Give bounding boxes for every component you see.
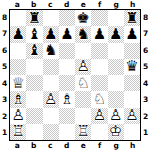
chess-board-diagram: abcdefgh 87654321 ♜♚♜♟♝♟♟♞♟♟♟♝♞♟♙♛♛♕♞♘♝♗… xyxy=(0,0,150,150)
piece-outline: ♔ xyxy=(109,124,122,139)
square-c3[interactable]: ♟♙ xyxy=(43,91,59,107)
rank-label-5: 5 xyxy=(0,62,9,71)
black-queen-h5[interactable]: ♛ xyxy=(125,59,138,74)
rank-label-7: 7 xyxy=(0,29,9,38)
file-label-a: a xyxy=(9,0,26,9)
black-rook-h8[interactable]: ♜ xyxy=(125,11,138,26)
square-f5[interactable] xyxy=(91,59,107,75)
square-e7[interactable]: ♞ xyxy=(75,26,91,42)
file-label-b: b xyxy=(26,141,43,150)
rank-label-2: 2 xyxy=(0,112,9,121)
square-b1[interactable] xyxy=(26,124,42,140)
square-b3[interactable] xyxy=(26,91,42,107)
square-b6[interactable]: ♝ xyxy=(26,43,42,59)
square-c1[interactable] xyxy=(43,124,59,140)
square-a7[interactable]: ♟ xyxy=(10,26,26,42)
black-pawn-f7[interactable]: ♟ xyxy=(93,27,106,42)
white-pawn-c3[interactable]: ♟♙ xyxy=(44,92,57,107)
piece-glyph: ♟ xyxy=(109,27,122,42)
square-h3[interactable] xyxy=(124,91,140,107)
square-a3[interactable]: ♝♗ xyxy=(10,91,26,107)
square-g6[interactable] xyxy=(108,43,124,59)
black-pawn-g7[interactable]: ♟ xyxy=(109,27,122,42)
piece-glyph: ♞ xyxy=(44,43,57,58)
white-pawn-a2[interactable]: ♟♙ xyxy=(11,108,24,123)
square-e6[interactable] xyxy=(75,43,91,59)
square-f7[interactable]: ♟ xyxy=(91,26,107,42)
square-b8[interactable]: ♜ xyxy=(26,10,42,26)
file-label-f: f xyxy=(92,141,109,150)
square-e4[interactable]: ♞♘ xyxy=(75,75,91,91)
piece-glyph: ♛ xyxy=(125,59,138,74)
black-knight-c6[interactable]: ♞ xyxy=(44,43,57,58)
square-f1[interactable] xyxy=(91,124,107,140)
piece-outline: ♙ xyxy=(44,92,57,107)
square-d1[interactable] xyxy=(59,124,75,140)
square-d8[interactable] xyxy=(59,10,75,26)
square-d2[interactable] xyxy=(59,108,75,124)
file-label-e: e xyxy=(75,0,92,9)
black-knight-e7[interactable]: ♞ xyxy=(76,27,89,42)
square-b7[interactable]: ♝ xyxy=(26,26,42,42)
file-labels-bottom: abcdefgh xyxy=(0,141,150,150)
piece-glyph: ♜ xyxy=(125,11,138,26)
square-c6[interactable]: ♞ xyxy=(43,43,59,59)
square-h2[interactable]: ♟♙ xyxy=(124,108,140,124)
rank-label-8: 8 xyxy=(0,13,9,22)
black-bishop-b7[interactable]: ♝ xyxy=(28,27,41,42)
piece-outline: ♙ xyxy=(11,108,24,123)
square-f6[interactable] xyxy=(91,43,107,59)
square-c4[interactable] xyxy=(43,75,59,91)
file-label-c: c xyxy=(42,0,59,9)
white-pawn-g2[interactable]: ♟♙ xyxy=(109,108,122,123)
square-h8[interactable]: ♜ xyxy=(124,10,140,26)
rank-label-5: 5 xyxy=(141,62,150,71)
black-pawn-a7[interactable]: ♟ xyxy=(11,27,24,42)
square-g3[interactable] xyxy=(108,91,124,107)
white-queen-a4[interactable]: ♛♕ xyxy=(11,76,24,91)
square-e3[interactable] xyxy=(75,91,91,107)
square-e2[interactable] xyxy=(75,108,91,124)
file-label-g: g xyxy=(108,0,125,9)
piece-glyph: ♟ xyxy=(60,27,73,42)
black-king-e8[interactable]: ♚ xyxy=(76,11,89,26)
rank-labels-right: 87654321 xyxy=(141,9,150,141)
square-c5[interactable] xyxy=(43,59,59,75)
white-bishop-a3[interactable]: ♝♗ xyxy=(11,92,24,107)
file-label-e: e xyxy=(75,141,92,150)
black-pawn-h7[interactable]: ♟ xyxy=(125,27,138,42)
square-g5[interactable] xyxy=(108,59,124,75)
square-h7[interactable]: ♟ xyxy=(124,26,140,42)
square-a1[interactable]: ♜♖ xyxy=(10,124,26,140)
white-pawn-h2[interactable]: ♟♙ xyxy=(125,108,138,123)
square-h4[interactable] xyxy=(124,75,140,91)
white-pawn-f2[interactable]: ♟♙ xyxy=(93,108,106,123)
white-bishop-d3[interactable]: ♝♗ xyxy=(60,92,73,107)
file-label-h: h xyxy=(125,141,142,150)
square-d4[interactable] xyxy=(59,75,75,91)
square-a8[interactable] xyxy=(10,10,26,26)
board-row: 87654321 ♜♚♜♟♝♟♟♞♟♟♟♝♞♟♙♛♛♕♞♘♝♗♟♙♝♗♞♘♟♙♟… xyxy=(0,9,150,141)
square-c8[interactable] xyxy=(43,10,59,26)
square-b2[interactable] xyxy=(26,108,42,124)
piece-glyph: ♟ xyxy=(93,27,106,42)
piece-outline: ♙ xyxy=(109,108,122,123)
chess-board: ♜♚♜♟♝♟♟♞♟♟♟♝♞♟♙♛♛♕♞♘♝♗♟♙♝♗♞♘♟♙♟♙♟♙♟♙♜♖♜♖… xyxy=(9,9,141,141)
square-a4[interactable]: ♛♕ xyxy=(10,75,26,91)
white-pawn-e5[interactable]: ♟♙ xyxy=(76,59,89,74)
piece-glyph: ♞ xyxy=(76,27,89,42)
piece-glyph: ♟ xyxy=(11,27,24,42)
file-label-d: d xyxy=(59,0,76,9)
piece-glyph: ♝ xyxy=(28,27,41,42)
black-pawn-d7[interactable]: ♟ xyxy=(60,27,73,42)
square-g8[interactable] xyxy=(108,10,124,26)
white-knight-e4[interactable]: ♞♘ xyxy=(76,76,89,91)
piece-outline: ♙ xyxy=(76,59,89,74)
rank-label-6: 6 xyxy=(141,46,150,55)
square-c7[interactable]: ♟ xyxy=(43,26,59,42)
square-g2[interactable]: ♟♙ xyxy=(108,108,124,124)
white-rook-a1[interactable]: ♜♖ xyxy=(11,124,24,139)
rank-label-6: 6 xyxy=(0,46,9,55)
piece-outline: ♘ xyxy=(76,76,89,91)
white-knight-f3[interactable]: ♞♘ xyxy=(93,92,106,107)
piece-outline: ♖ xyxy=(11,124,24,139)
square-a2[interactable]: ♟♙ xyxy=(10,108,26,124)
square-d6[interactable] xyxy=(59,43,75,59)
rank-label-2: 2 xyxy=(141,112,150,121)
square-d7[interactable]: ♟ xyxy=(59,26,75,42)
file-label-h: h xyxy=(125,0,142,9)
square-f3[interactable]: ♞♘ xyxy=(91,91,107,107)
piece-outline: ♕ xyxy=(11,76,24,91)
square-h1[interactable] xyxy=(124,124,140,140)
square-f4[interactable] xyxy=(91,75,107,91)
square-g7[interactable]: ♟ xyxy=(108,26,124,42)
piece-outline: ♗ xyxy=(11,92,24,107)
square-d3[interactable]: ♝♗ xyxy=(59,91,75,107)
piece-outline: ♙ xyxy=(93,108,106,123)
square-g4[interactable] xyxy=(108,75,124,91)
file-label-g: g xyxy=(108,141,125,150)
file-label-d: d xyxy=(59,141,76,150)
square-g1[interactable]: ♚♔ xyxy=(108,124,124,140)
file-labels-top: abcdefgh xyxy=(0,0,150,9)
rank-label-8: 8 xyxy=(141,13,150,22)
file-label-a: a xyxy=(9,141,26,150)
square-a5[interactable] xyxy=(10,59,26,75)
square-h5[interactable]: ♛ xyxy=(124,59,140,75)
square-b4[interactable] xyxy=(26,75,42,91)
black-pawn-c7[interactable]: ♟ xyxy=(44,27,57,42)
square-f2[interactable]: ♟♙ xyxy=(91,108,107,124)
rank-label-4: 4 xyxy=(141,79,150,88)
piece-outline: ♗ xyxy=(60,92,73,107)
rank-label-4: 4 xyxy=(0,79,9,88)
piece-outline: ♘ xyxy=(93,92,106,107)
rank-label-1: 1 xyxy=(141,128,150,137)
piece-outline: ♙ xyxy=(125,108,138,123)
file-label-b: b xyxy=(26,0,43,9)
white-rook-e1[interactable]: ♜♖ xyxy=(76,124,89,139)
black-bishop-b6[interactable]: ♝ xyxy=(28,43,41,58)
rank-label-3: 3 xyxy=(141,95,150,104)
square-e5[interactable]: ♟♙ xyxy=(75,59,91,75)
square-e8[interactable]: ♚ xyxy=(75,10,91,26)
black-rook-b8[interactable]: ♜ xyxy=(28,11,41,26)
square-d5[interactable] xyxy=(59,59,75,75)
square-h6[interactable] xyxy=(124,43,140,59)
square-c2[interactable] xyxy=(43,108,59,124)
file-label-c: c xyxy=(42,141,59,150)
white-king-g1[interactable]: ♚♔ xyxy=(109,124,122,139)
rank-label-3: 3 xyxy=(0,95,9,104)
rank-label-1: 1 xyxy=(0,128,9,137)
rank-labels-left: 87654321 xyxy=(0,9,9,141)
piece-glyph: ♟ xyxy=(125,27,138,42)
file-label-f: f xyxy=(92,0,109,9)
piece-glyph: ♚ xyxy=(76,11,89,26)
square-e1[interactable]: ♜♖ xyxy=(75,124,91,140)
piece-glyph: ♝ xyxy=(28,43,41,58)
piece-outline: ♖ xyxy=(76,124,89,139)
square-a6[interactable] xyxy=(10,43,26,59)
piece-glyph: ♟ xyxy=(44,27,57,42)
rank-label-7: 7 xyxy=(141,29,150,38)
piece-glyph: ♜ xyxy=(28,11,41,26)
square-b5[interactable] xyxy=(26,59,42,75)
square-f8[interactable] xyxy=(91,10,107,26)
